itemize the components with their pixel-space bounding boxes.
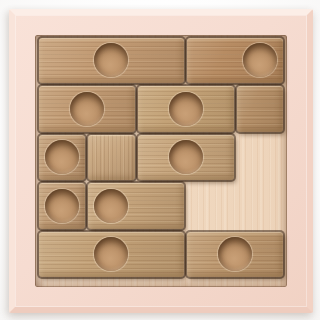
block-H[interactable] — [138, 135, 234, 181]
finger-hole — [70, 92, 104, 126]
finger-hole — [94, 237, 128, 271]
finger-hole — [218, 237, 252, 271]
block-J[interactable] — [88, 183, 184, 229]
block-I[interactable] — [39, 183, 86, 229]
block-G[interactable] — [88, 135, 135, 181]
block-F[interactable] — [39, 135, 86, 181]
block-E[interactable] — [237, 86, 284, 132]
finger-hole — [243, 43, 277, 77]
finger-hole — [169, 92, 203, 126]
block-K[interactable] — [39, 232, 185, 278]
finger-hole — [94, 189, 128, 223]
puzzle-tray-frame — [9, 9, 313, 313]
block-C[interactable] — [39, 86, 135, 132]
block-D[interactable] — [138, 86, 234, 132]
tray-floor-empty-space — [35, 35, 287, 287]
finger-hole — [169, 140, 203, 174]
block-L[interactable] — [187, 232, 283, 278]
finger-hole — [45, 140, 79, 174]
finger-hole — [94, 43, 128, 77]
block-A[interactable] — [39, 38, 185, 84]
block-B[interactable] — [187, 38, 283, 84]
finger-hole — [45, 189, 79, 223]
